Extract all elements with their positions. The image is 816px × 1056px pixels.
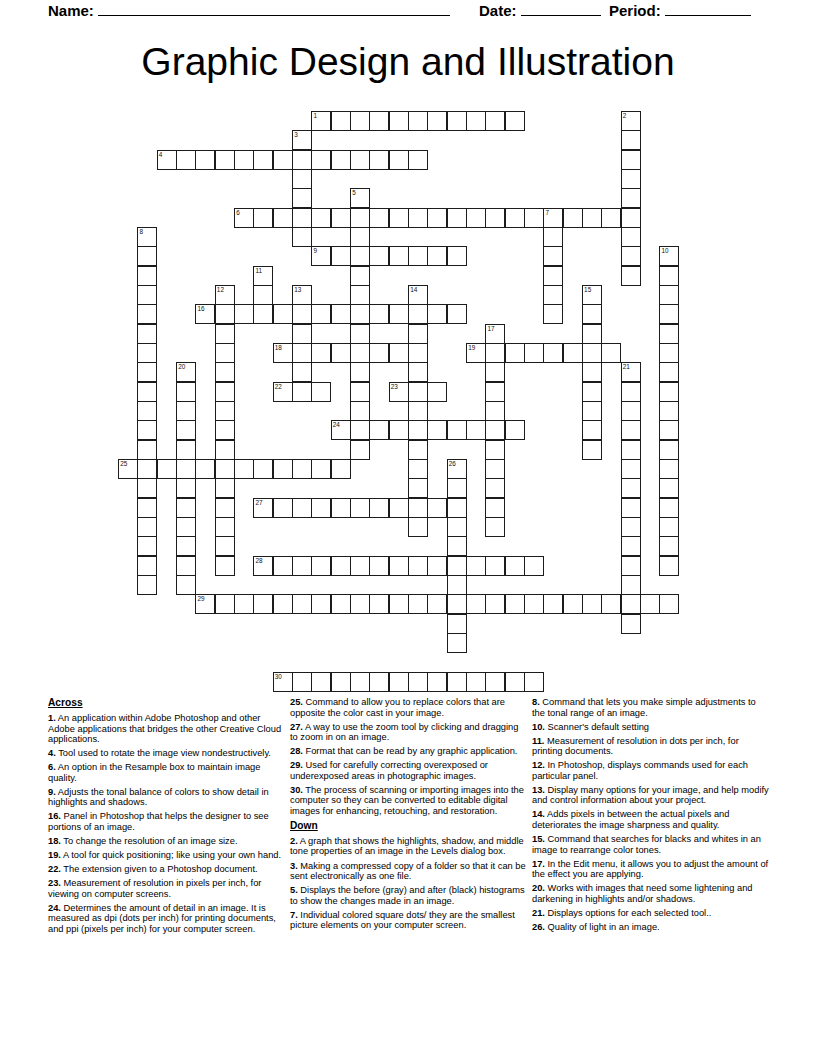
grid-cell[interactable] — [137, 246, 157, 266]
grid-cell[interactable] — [485, 420, 505, 440]
grid-cell[interactable] — [331, 459, 351, 479]
grid-cell[interactable] — [466, 420, 486, 440]
grid-cell[interactable] — [176, 517, 196, 537]
grid-cell[interactable] — [350, 285, 370, 305]
grid-cell[interactable] — [659, 304, 679, 324]
grid-cell[interactable] — [350, 227, 370, 247]
grid-cell[interactable] — [234, 459, 254, 479]
grid-cell[interactable] — [215, 517, 235, 537]
grid-cell[interactable] — [582, 343, 602, 363]
grid-cell[interactable] — [621, 594, 641, 614]
grid-cell[interactable] — [659, 401, 679, 421]
grid-cell[interactable] — [485, 343, 505, 363]
grid-cell[interactable] — [447, 498, 467, 518]
grid-cell[interactable]: 5 — [350, 188, 370, 208]
grid-cell[interactable] — [659, 362, 679, 382]
grid-cell[interactable] — [621, 440, 641, 460]
grid-cell[interactable] — [505, 208, 525, 228]
grid-cell[interactable] — [505, 420, 525, 440]
grid-cell[interactable] — [311, 498, 331, 518]
grid-cell[interactable] — [505, 343, 525, 363]
grid-cell[interactable] — [292, 208, 312, 228]
grid-cell[interactable] — [137, 343, 157, 363]
grid-cell[interactable] — [215, 420, 235, 440]
grid-cell[interactable] — [215, 556, 235, 576]
grid-cell[interactable] — [621, 575, 641, 595]
grid-cell[interactable]: 15 — [582, 285, 602, 305]
grid-cell[interactable] — [137, 478, 157, 498]
grid-cell[interactable] — [137, 498, 157, 518]
grid-cell[interactable] — [195, 459, 215, 479]
grid-cell[interactable] — [408, 672, 428, 692]
grid-cell[interactable] — [253, 208, 273, 228]
grid-cell[interactable] — [408, 208, 428, 228]
grid-cell[interactable] — [331, 150, 351, 170]
grid-cell[interactable]: 19 — [466, 343, 486, 363]
grid-cell[interactable]: 2 — [621, 111, 641, 131]
grid-cell[interactable] — [485, 672, 505, 692]
grid-cell[interactable] — [369, 343, 389, 363]
grid-cell[interactable] — [292, 324, 312, 344]
grid-cell[interactable] — [659, 285, 679, 305]
grid-cell[interactable] — [369, 246, 389, 266]
grid-cell[interactable] — [253, 459, 273, 479]
grid-cell[interactable]: 21 — [621, 362, 641, 382]
grid-cell[interactable] — [485, 208, 505, 228]
grid-cell[interactable] — [485, 498, 505, 518]
grid-cell[interactable] — [137, 536, 157, 556]
grid-cell[interactable]: 12 — [215, 285, 235, 305]
grid-cell[interactable] — [621, 227, 641, 247]
date-blank-line[interactable] — [521, 2, 601, 16]
grid-cell[interactable] — [137, 266, 157, 286]
grid-cell[interactable] — [621, 150, 641, 170]
grid-cell[interactable] — [543, 343, 563, 363]
grid-cell[interactable] — [137, 304, 157, 324]
grid-cell[interactable] — [137, 362, 157, 382]
grid-cell[interactable] — [543, 594, 563, 614]
grid-cell[interactable] — [292, 188, 312, 208]
grid-cell[interactable] — [447, 536, 467, 556]
grid-cell[interactable]: 13 — [292, 285, 312, 305]
grid-cell[interactable] — [389, 150, 409, 170]
grid-cell[interactable] — [331, 498, 351, 518]
grid-cell[interactable]: 9 — [311, 246, 331, 266]
grid-cell[interactable] — [659, 556, 679, 576]
grid-cell[interactable] — [659, 440, 679, 460]
grid-cell[interactable] — [389, 343, 409, 363]
grid-cell[interactable] — [447, 575, 467, 595]
grid-cell[interactable] — [427, 672, 447, 692]
grid-cell[interactable] — [543, 285, 563, 305]
grid-cell[interactable] — [466, 672, 486, 692]
grid-cell[interactable] — [292, 556, 312, 576]
grid-cell[interactable] — [389, 594, 409, 614]
grid-cell[interactable] — [176, 575, 196, 595]
grid-cell[interactable] — [659, 498, 679, 518]
grid-cell[interactable] — [543, 246, 563, 266]
grid-cell[interactable] — [350, 150, 370, 170]
grid-cell[interactable]: 3 — [292, 130, 312, 150]
grid-cell[interactable] — [621, 614, 641, 634]
grid-cell[interactable] — [543, 266, 563, 286]
grid-cell[interactable] — [389, 246, 409, 266]
grid-cell[interactable] — [582, 401, 602, 421]
grid-cell[interactable] — [621, 130, 641, 150]
grid-cell[interactable] — [215, 362, 235, 382]
grid-cell[interactable] — [524, 594, 544, 614]
grid-cell[interactable] — [331, 208, 351, 228]
grid-cell[interactable] — [311, 672, 331, 692]
grid-cell[interactable] — [582, 420, 602, 440]
grid-cell[interactable] — [524, 343, 544, 363]
grid-cell[interactable]: 27 — [253, 498, 273, 518]
grid-cell[interactable] — [215, 440, 235, 460]
grid-cell[interactable] — [234, 594, 254, 614]
grid-cell[interactable] — [215, 459, 235, 479]
grid-cell[interactable] — [485, 459, 505, 479]
grid-cell[interactable] — [137, 517, 157, 537]
period-blank-line[interactable] — [665, 2, 751, 16]
grid-cell[interactable] — [621, 266, 641, 286]
grid-cell[interactable] — [447, 208, 467, 228]
grid-cell[interactable] — [331, 343, 351, 363]
grid-cell[interactable] — [292, 672, 312, 692]
grid-cell[interactable]: 22 — [273, 382, 293, 402]
grid-cell[interactable] — [427, 304, 447, 324]
grid-cell[interactable] — [176, 382, 196, 402]
grid-cell[interactable] — [369, 672, 389, 692]
grid-cell[interactable] — [311, 150, 331, 170]
grid-cell[interactable] — [331, 111, 351, 131]
grid-cell[interactable] — [137, 401, 157, 421]
grid-cell[interactable] — [621, 246, 641, 266]
grid-cell[interactable] — [157, 459, 177, 479]
grid-cell[interactable] — [176, 459, 196, 479]
grid-cell[interactable] — [137, 440, 157, 460]
grid-cell[interactable] — [369, 111, 389, 131]
grid-cell[interactable]: 6 — [234, 208, 254, 228]
grid-cell[interactable] — [543, 227, 563, 247]
grid-cell[interactable] — [408, 304, 428, 324]
grid-cell[interactable] — [427, 498, 447, 518]
grid-cell[interactable] — [659, 594, 679, 614]
grid-cell[interactable] — [137, 382, 157, 402]
grid-cell[interactable] — [659, 266, 679, 286]
grid-cell[interactable] — [621, 517, 641, 537]
grid-cell[interactable] — [176, 478, 196, 498]
grid-cell[interactable] — [273, 556, 293, 576]
grid-cell[interactable] — [273, 304, 293, 324]
grid-cell[interactable] — [273, 150, 293, 170]
grid-cell[interactable]: 7 — [543, 208, 563, 228]
grid-cell[interactable] — [447, 594, 467, 614]
grid-cell[interactable] — [369, 420, 389, 440]
grid-cell[interactable] — [408, 362, 428, 382]
grid-cell[interactable] — [311, 594, 331, 614]
grid-cell[interactable] — [563, 594, 583, 614]
grid-cell[interactable] — [408, 517, 428, 537]
grid-cell[interactable]: 18 — [273, 343, 293, 363]
grid-cell[interactable] — [447, 420, 467, 440]
grid-cell[interactable] — [311, 556, 331, 576]
grid-cell[interactable] — [331, 594, 351, 614]
grid-cell[interactable] — [408, 382, 428, 402]
grid-cell[interactable] — [485, 401, 505, 421]
grid-cell[interactable] — [659, 478, 679, 498]
grid-cell[interactable]: 16 — [195, 304, 215, 324]
grid-cell[interactable] — [621, 459, 641, 479]
grid-cell[interactable] — [389, 208, 409, 228]
grid-cell[interactable] — [408, 556, 428, 576]
grid-cell[interactable]: 17 — [485, 324, 505, 344]
grid-cell[interactable] — [292, 498, 312, 518]
grid-cell[interactable] — [350, 304, 370, 324]
grid-cell[interactable] — [273, 594, 293, 614]
grid-cell[interactable] — [621, 536, 641, 556]
grid-cell[interactable] — [234, 304, 254, 324]
grid-cell[interactable] — [311, 304, 331, 324]
grid-cell[interactable] — [582, 382, 602, 402]
grid-cell[interactable] — [137, 420, 157, 440]
grid-cell[interactable] — [350, 401, 370, 421]
grid-cell[interactable] — [331, 304, 351, 324]
grid-cell[interactable] — [215, 304, 235, 324]
grid-cell[interactable] — [563, 343, 583, 363]
grid-cell[interactable] — [311, 459, 331, 479]
grid-cell[interactable] — [369, 304, 389, 324]
grid-cell[interactable] — [234, 150, 254, 170]
grid-cell[interactable] — [543, 304, 563, 324]
grid-cell[interactable] — [621, 556, 641, 576]
grid-cell[interactable] — [427, 246, 447, 266]
grid-cell[interactable] — [505, 556, 525, 576]
grid-cell[interactable] — [447, 517, 467, 537]
grid-cell[interactable] — [215, 382, 235, 402]
grid-cell[interactable] — [563, 208, 583, 228]
grid-cell[interactable] — [350, 440, 370, 460]
grid-cell[interactable] — [253, 285, 273, 305]
grid-cell[interactable] — [292, 362, 312, 382]
grid-cell[interactable] — [408, 324, 428, 344]
grid-cell[interactable] — [505, 594, 525, 614]
grid-cell[interactable] — [659, 536, 679, 556]
grid-cell[interactable] — [524, 672, 544, 692]
grid-cell[interactable] — [505, 672, 525, 692]
grid-cell[interactable] — [350, 498, 370, 518]
grid-cell[interactable] — [350, 420, 370, 440]
grid-cell[interactable] — [292, 304, 312, 324]
grid-cell[interactable] — [389, 304, 409, 324]
name-blank-line[interactable] — [98, 2, 450, 16]
grid-cell[interactable] — [408, 440, 428, 460]
grid-cell[interactable] — [582, 440, 602, 460]
grid-cell[interactable] — [389, 420, 409, 440]
grid-cell[interactable] — [621, 420, 641, 440]
grid-cell[interactable] — [292, 382, 312, 402]
grid-cell[interactable] — [215, 343, 235, 363]
grid-cell[interactable] — [273, 498, 293, 518]
grid-cell[interactable] — [331, 672, 351, 692]
grid-cell[interactable]: 30 — [273, 672, 293, 692]
grid-cell[interactable] — [137, 285, 157, 305]
grid-cell[interactable] — [447, 633, 467, 653]
grid-cell[interactable] — [427, 208, 447, 228]
grid-cell[interactable] — [408, 420, 428, 440]
grid-cell[interactable] — [408, 594, 428, 614]
grid-cell[interactable] — [408, 343, 428, 363]
grid-cell[interactable]: 23 — [389, 382, 409, 402]
grid-cell[interactable]: 29 — [195, 594, 215, 614]
grid-cell[interactable] — [369, 556, 389, 576]
grid-cell[interactable] — [331, 246, 351, 266]
grid-cell[interactable] — [582, 362, 602, 382]
grid-cell[interactable] — [350, 111, 370, 131]
grid-cell[interactable] — [350, 266, 370, 286]
grid-cell[interactable] — [176, 420, 196, 440]
grid-cell[interactable] — [176, 556, 196, 576]
grid-cell[interactable] — [369, 498, 389, 518]
grid-cell[interactable] — [447, 556, 467, 576]
grid-cell[interactable] — [389, 498, 409, 518]
grid-cell[interactable] — [137, 459, 157, 479]
grid-cell[interactable] — [621, 498, 641, 518]
grid-cell[interactable]: 10 — [659, 246, 679, 266]
grid-cell[interactable] — [195, 150, 215, 170]
grid-cell[interactable] — [215, 150, 235, 170]
grid-cell[interactable] — [621, 478, 641, 498]
grid-cell[interactable] — [659, 343, 679, 363]
grid-cell[interactable] — [427, 111, 447, 131]
grid-cell[interactable] — [621, 188, 641, 208]
grid-cell[interactable] — [601, 208, 621, 228]
grid-cell[interactable] — [485, 478, 505, 498]
grid-cell[interactable] — [215, 401, 235, 421]
grid-cell[interactable] — [273, 459, 293, 479]
grid-cell[interactable] — [427, 594, 447, 614]
grid-cell[interactable] — [311, 343, 331, 363]
grid-cell[interactable] — [447, 304, 467, 324]
grid-cell[interactable] — [408, 498, 428, 518]
grid-cell[interactable] — [176, 401, 196, 421]
grid-cell[interactable] — [582, 304, 602, 324]
grid-cell[interactable] — [176, 440, 196, 460]
grid-cell[interactable] — [176, 536, 196, 556]
grid-cell[interactable]: 26 — [447, 459, 467, 479]
grid-cell[interactable] — [215, 594, 235, 614]
grid-cell[interactable] — [292, 459, 312, 479]
grid-cell[interactable] — [350, 343, 370, 363]
grid-cell[interactable]: 24 — [331, 420, 351, 440]
grid-cell[interactable] — [215, 536, 235, 556]
grid-cell[interactable]: 28 — [253, 556, 273, 576]
grid-cell[interactable] — [253, 594, 273, 614]
grid-cell[interactable] — [292, 169, 312, 189]
grid-cell[interactable]: 1 — [311, 111, 331, 131]
grid-cell[interactable] — [659, 517, 679, 537]
grid-cell[interactable] — [485, 594, 505, 614]
grid-cell[interactable]: 8 — [137, 227, 157, 247]
grid-cell[interactable] — [369, 150, 389, 170]
grid-cell[interactable]: 4 — [157, 150, 177, 170]
grid-cell[interactable] — [659, 420, 679, 440]
grid-cell[interactable] — [350, 246, 370, 266]
grid-cell[interactable] — [659, 382, 679, 402]
grid-cell[interactable] — [292, 343, 312, 363]
grid-cell[interactable] — [331, 556, 351, 576]
grid-cell[interactable]: 11 — [253, 266, 273, 286]
grid-cell[interactable] — [176, 150, 196, 170]
grid-cell[interactable] — [621, 208, 641, 228]
grid-cell[interactable] — [253, 304, 273, 324]
grid-cell[interactable] — [350, 594, 370, 614]
grid-cell[interactable]: 20 — [176, 362, 196, 382]
grid-cell[interactable] — [601, 343, 621, 363]
grid-cell[interactable] — [137, 575, 157, 595]
grid-cell[interactable] — [292, 594, 312, 614]
grid-cell[interactable] — [447, 478, 467, 498]
grid-cell[interactable] — [621, 401, 641, 421]
grid-cell[interactable] — [659, 324, 679, 344]
grid-cell[interactable] — [137, 556, 157, 576]
grid-cell[interactable] — [176, 498, 196, 518]
grid-cell[interactable] — [485, 111, 505, 131]
grid-cell[interactable] — [408, 150, 428, 170]
grid-cell[interactable] — [601, 594, 621, 614]
grid-cell[interactable] — [215, 324, 235, 344]
grid-cell[interactable] — [427, 556, 447, 576]
grid-cell[interactable] — [447, 246, 467, 266]
grid-cell[interactable] — [466, 556, 486, 576]
grid-cell[interactable] — [350, 324, 370, 344]
grid-cell[interactable] — [640, 594, 660, 614]
grid-cell[interactable] — [408, 246, 428, 266]
grid-cell[interactable] — [659, 459, 679, 479]
grid-cell[interactable] — [485, 440, 505, 460]
grid-cell[interactable] — [621, 382, 641, 402]
grid-cell[interactable] — [292, 150, 312, 170]
grid-cell[interactable] — [408, 459, 428, 479]
grid-cell[interactable] — [389, 672, 409, 692]
grid-cell[interactable] — [350, 556, 370, 576]
grid-cell[interactable]: 14 — [408, 285, 428, 305]
grid-cell[interactable] — [485, 362, 505, 382]
grid-cell[interactable] — [524, 208, 544, 228]
grid-cell[interactable] — [408, 111, 428, 131]
grid-cell[interactable] — [408, 478, 428, 498]
grid-cell[interactable] — [427, 420, 447, 440]
grid-cell[interactable] — [505, 111, 525, 131]
grid-cell[interactable] — [215, 498, 235, 518]
grid-cell[interactable] — [369, 594, 389, 614]
grid-cell[interactable] — [292, 227, 312, 247]
grid-cell[interactable]: 25 — [118, 459, 138, 479]
grid-cell[interactable] — [350, 208, 370, 228]
grid-cell[interactable] — [466, 594, 486, 614]
grid-cell[interactable] — [369, 208, 389, 228]
grid-cell[interactable] — [350, 382, 370, 402]
grid-cell[interactable] — [485, 517, 505, 537]
grid-cell[interactable] — [408, 401, 428, 421]
grid-cell[interactable] — [485, 382, 505, 402]
grid-cell[interactable] — [621, 169, 641, 189]
grid-cell[interactable] — [447, 614, 467, 634]
grid-cell[interactable] — [447, 111, 467, 131]
grid-cell[interactable] — [466, 111, 486, 131]
grid-cell[interactable] — [485, 556, 505, 576]
grid-cell[interactable] — [311, 208, 331, 228]
grid-cell[interactable] — [389, 556, 409, 576]
